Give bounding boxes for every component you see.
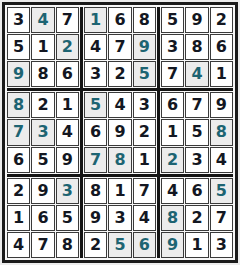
cell-r3c6-given[interactable]: 5 [133,61,156,87]
cell-r8c8[interactable]: 2 [185,205,208,231]
cell-r8c6[interactable]: 4 [133,205,156,231]
cell-r2c8[interactable]: 8 [185,34,208,60]
cell-r2c7[interactable]: 3 [161,34,184,60]
cell-r8c7-given[interactable]: 8 [161,205,184,231]
cell-r2c4[interactable]: 4 [84,34,107,60]
cell-r1c1[interactable]: 3 [7,7,30,33]
cell-r6c5-given[interactable]: 8 [108,147,131,173]
cell-r8c1[interactable]: 1 [7,205,30,231]
cell-r8c3[interactable]: 5 [56,205,79,231]
cell-r2c2[interactable]: 1 [31,34,54,60]
cell-r3c2[interactable]: 8 [31,61,54,87]
cell-r9c3[interactable]: 8 [56,232,79,258]
cell-r8c5[interactable]: 3 [108,205,131,231]
cell-r7c5[interactable]: 1 [108,178,131,204]
box-divider-horizontal-2 [7,174,233,177]
cell-r5c6[interactable]: 2 [133,119,156,145]
cell-r6c1[interactable]: 6 [7,147,30,173]
cell-r9c2[interactable]: 7 [31,232,54,258]
cell-r9c9[interactable]: 3 [210,232,233,258]
cell-r9c6-given[interactable]: 6 [133,232,156,258]
cell-r7c2[interactable]: 9 [31,178,54,204]
cell-r7c4[interactable]: 8 [84,178,107,204]
cell-r6c3[interactable]: 9 [56,147,79,173]
cell-r1c2-given[interactable]: 4 [31,7,54,33]
cell-r7c6[interactable]: 7 [133,178,156,204]
cell-r8c9[interactable]: 7 [210,205,233,231]
cell-r6c2[interactable]: 5 [31,147,54,173]
cell-r6c4-given[interactable]: 7 [84,147,107,173]
cell-r2c9[interactable]: 6 [210,34,233,60]
cell-r3c8-given[interactable]: 4 [185,61,208,87]
cell-r4c6[interactable]: 3 [133,92,156,118]
cell-r2c1[interactable]: 5 [7,34,30,60]
cell-r3c5[interactable]: 2 [108,61,131,87]
cell-r1c7[interactable]: 5 [161,7,184,33]
cell-r5c8[interactable]: 5 [185,119,208,145]
cell-r5c7[interactable]: 1 [161,119,184,145]
cell-r9c5-given[interactable]: 5 [108,232,131,258]
cell-r4c8[interactable]: 7 [185,92,208,118]
cell-r3c4[interactable]: 3 [84,61,107,87]
sudoku-board: 3471685925124793869863257418215436797346… [2,2,238,263]
cell-r5c2-given[interactable]: 3 [31,119,54,145]
cell-r7c3-given[interactable]: 3 [56,178,79,204]
cell-r8c2[interactable]: 6 [31,205,54,231]
cell-r9c8[interactable]: 1 [185,232,208,258]
cell-r5c1-given[interactable]: 7 [7,119,30,145]
cell-r3c1-given[interactable]: 9 [7,61,30,87]
cell-r6c7-given[interactable]: 2 [161,147,184,173]
cell-r4c5[interactable]: 4 [108,92,131,118]
cell-r1c9[interactable]: 2 [210,7,233,33]
cell-r1c6[interactable]: 8 [133,7,156,33]
cell-r5c9-given[interactable]: 8 [210,119,233,145]
cell-r6c9[interactable]: 4 [210,147,233,173]
cell-r3c3[interactable]: 6 [56,61,79,87]
cell-r7c7[interactable]: 4 [161,178,184,204]
cell-r7c1[interactable]: 2 [7,178,30,204]
cell-r4c4-given[interactable]: 5 [84,92,107,118]
cell-r7c9-given[interactable]: 5 [210,178,233,204]
cell-r4c9[interactable]: 9 [210,92,233,118]
cell-r3c7[interactable]: 7 [161,61,184,87]
cell-r4c3[interactable]: 1 [56,92,79,118]
cell-r2c5[interactable]: 7 [108,34,131,60]
cell-r1c5[interactable]: 6 [108,7,131,33]
box-divider-horizontal-1 [7,88,233,91]
cell-r2c6-given[interactable]: 9 [133,34,156,60]
sudoku-grid: 3471685925124793869863257418215436797346… [7,7,233,258]
box-divider-vertical-2 [157,7,160,258]
cell-r4c7[interactable]: 6 [161,92,184,118]
cell-r8c4[interactable]: 9 [84,205,107,231]
cell-r4c1-given[interactable]: 8 [7,92,30,118]
cell-r5c5[interactable]: 9 [108,119,131,145]
cell-r9c1[interactable]: 4 [7,232,30,258]
cell-r3c9[interactable]: 1 [210,61,233,87]
cell-r1c3[interactable]: 7 [56,7,79,33]
cell-r6c6[interactable]: 1 [133,147,156,173]
cell-r1c4-given[interactable]: 1 [84,7,107,33]
cell-r6c8[interactable]: 3 [185,147,208,173]
cell-r7c8[interactable]: 6 [185,178,208,204]
cell-r9c4[interactable]: 2 [84,232,107,258]
cell-r9c7-given[interactable]: 9 [161,232,184,258]
cell-r1c8[interactable]: 9 [185,7,208,33]
box-divider-vertical-1 [80,7,83,258]
cell-r5c4[interactable]: 6 [84,119,107,145]
cell-r2c3-given[interactable]: 2 [56,34,79,60]
cell-r4c2[interactable]: 2 [31,92,54,118]
cell-r5c3[interactable]: 4 [56,119,79,145]
